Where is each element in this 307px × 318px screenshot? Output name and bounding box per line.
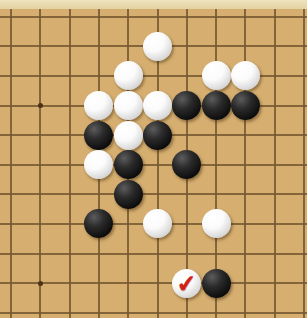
stone-white[interactable] [114, 91, 143, 120]
stone-black[interactable] [84, 209, 113, 238]
stone-black[interactable] [84, 121, 113, 150]
stone-white[interactable] [202, 209, 231, 238]
board-top-edge [0, 0, 307, 9]
stone-white[interactable] [143, 32, 172, 61]
go-board[interactable]: ✔ [0, 0, 307, 318]
stone-white[interactable] [143, 91, 172, 120]
stone-white[interactable] [143, 209, 172, 238]
star-point [38, 281, 43, 286]
grid-line-horizontal [0, 253, 307, 255]
star-point [38, 103, 43, 108]
check-icon: ✔ [171, 267, 203, 299]
stone-black[interactable] [114, 150, 143, 179]
stone-white[interactable] [114, 61, 143, 90]
stone-black[interactable] [114, 180, 143, 209]
grid-line-horizontal [0, 164, 307, 166]
stone-black[interactable] [143, 121, 172, 150]
grid-line-horizontal [0, 312, 307, 314]
stone-black[interactable] [231, 91, 260, 120]
stone-black[interactable] [172, 150, 201, 179]
grid-line-horizontal [0, 282, 307, 284]
stone-black[interactable] [202, 91, 231, 120]
stone-white[interactable] [84, 150, 113, 179]
stone-white[interactable] [202, 61, 231, 90]
stone-black[interactable] [172, 91, 201, 120]
grid-line-horizontal [0, 75, 307, 77]
grid-line-horizontal [0, 193, 307, 195]
stone-white[interactable] [114, 121, 143, 150]
stone-white[interactable] [231, 61, 260, 90]
stone-white[interactable] [84, 91, 113, 120]
stone-white[interactable]: ✔ [172, 269, 201, 298]
grid-line-horizontal [0, 16, 307, 18]
stone-black[interactable] [202, 269, 231, 298]
